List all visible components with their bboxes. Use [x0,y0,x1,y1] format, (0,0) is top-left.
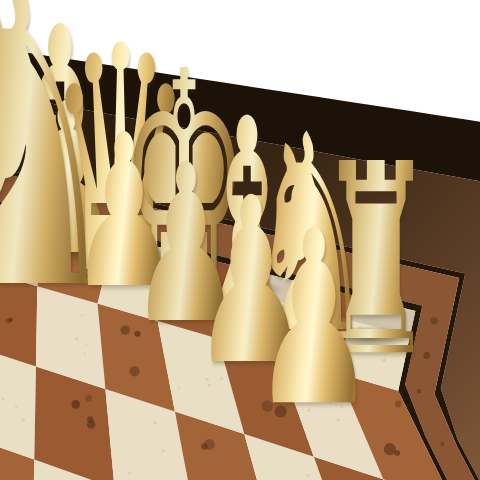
maple-speckle [128,472,131,475]
maple-speckle [178,386,180,388]
maple-speckle [2,398,5,401]
piece-g2-pawn[interactable]: ♟ [252,199,377,439]
maple-speckle [162,449,165,452]
burl-knot [85,395,92,402]
maple-speckle [22,419,25,422]
maple-speckle [307,474,310,477]
burl-knot [384,443,396,455]
burl-knot [204,439,215,450]
maple-speckle [15,405,18,408]
burl-knot [71,400,80,409]
burl-knot [87,416,93,422]
maple-speckle [154,421,157,424]
chess-product-photo: ♞♝♛♚♝♞♜♟♟♟♟♟ Close-up corner view of a l… [0,0,480,480]
burl-knot [440,442,444,446]
